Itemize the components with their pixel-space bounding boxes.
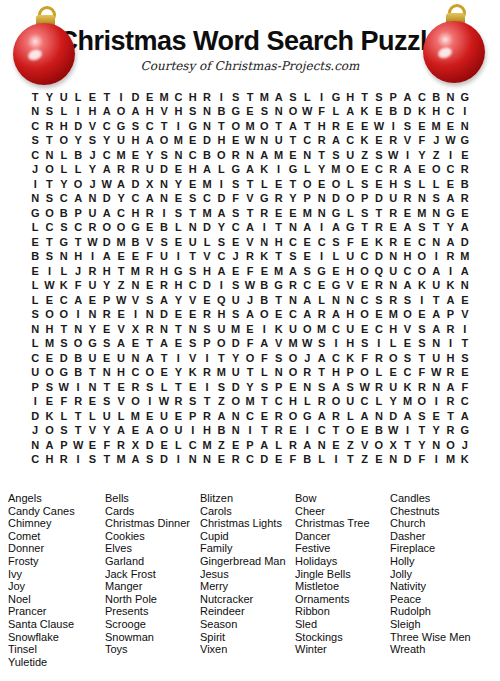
grid-cell: D bbox=[128, 177, 142, 192]
grid-cell: E bbox=[400, 337, 414, 352]
grid-cell: R bbox=[329, 119, 343, 134]
grid-cell: R bbox=[372, 279, 386, 294]
grid-cell: C bbox=[114, 206, 128, 221]
grid-cell: U bbox=[186, 235, 200, 250]
grid-cell: L bbox=[85, 409, 99, 424]
grid-cell: C bbox=[57, 192, 71, 207]
grid-cell: H bbox=[343, 308, 357, 323]
grid-cell: M bbox=[200, 206, 214, 221]
grid-cell: Z bbox=[214, 438, 228, 453]
grid-cell: R bbox=[57, 453, 71, 468]
grid-cell: S bbox=[143, 380, 157, 395]
grid-cell: E bbox=[243, 105, 257, 120]
grid-cell: L bbox=[157, 380, 171, 395]
grid-cell: K bbox=[357, 105, 371, 120]
grid-cell: E bbox=[157, 366, 171, 381]
grid-cell: C bbox=[415, 90, 429, 105]
grid-cell: V bbox=[85, 119, 99, 134]
grid-cell: N bbox=[443, 90, 457, 105]
grid-cell: R bbox=[400, 192, 414, 207]
grid-cell: O bbox=[343, 192, 357, 207]
grid-cell: O bbox=[71, 337, 85, 352]
grid-cell: W bbox=[386, 424, 400, 439]
grid-cell: R bbox=[329, 409, 343, 424]
grid-cell: G bbox=[343, 221, 357, 236]
grid-cell: L bbox=[329, 105, 343, 120]
word-list-item: Reindeer bbox=[200, 605, 295, 618]
grid-cell: Y bbox=[85, 163, 99, 178]
grid-cell: A bbox=[343, 105, 357, 120]
grid-cell: R bbox=[443, 250, 457, 265]
grid-cell: E bbox=[85, 90, 99, 105]
grid-cell: E bbox=[257, 264, 271, 279]
grid-cell: S bbox=[42, 380, 56, 395]
grid-cell: M bbox=[243, 119, 257, 134]
grid-cell: I bbox=[200, 351, 214, 366]
grid-cell: E bbox=[415, 308, 429, 323]
grid-cell: T bbox=[429, 221, 443, 236]
grid-cell: H bbox=[314, 119, 328, 134]
grid-cell: A bbox=[286, 264, 300, 279]
grid-cell: A bbox=[143, 351, 157, 366]
grid-cell: A bbox=[300, 438, 314, 453]
grid-cell: I bbox=[257, 322, 271, 337]
grid-cell: E bbox=[372, 105, 386, 120]
grid-cell: B bbox=[300, 453, 314, 468]
grid-cell: O bbox=[286, 351, 300, 366]
grid-cell: S bbox=[171, 206, 185, 221]
grid-cell: H bbox=[214, 308, 228, 323]
grid-cell: A bbox=[329, 308, 343, 323]
grid-cell: T bbox=[200, 395, 214, 410]
grid-cell: S bbox=[343, 380, 357, 395]
grid-cell: R bbox=[386, 134, 400, 149]
grid-cell: T bbox=[415, 424, 429, 439]
grid-cell: F bbox=[57, 395, 71, 410]
grid-cell: M bbox=[257, 90, 271, 105]
grid-cell: K bbox=[42, 409, 56, 424]
grid-cell: H bbox=[128, 206, 142, 221]
grid-cell: S bbox=[214, 235, 228, 250]
grid-cell: L bbox=[57, 264, 71, 279]
grid-cell: P bbox=[386, 90, 400, 105]
grid-cell: C bbox=[300, 279, 314, 294]
grid-cell: A bbox=[100, 250, 114, 265]
grid-cell: O bbox=[429, 163, 443, 178]
grid-cell: S bbox=[257, 380, 271, 395]
grid-cell: H bbox=[329, 366, 343, 381]
grid-cell: A bbox=[42, 438, 56, 453]
grid-cell: E bbox=[429, 409, 443, 424]
grid-cell: C bbox=[100, 148, 114, 163]
grid-cell: F bbox=[458, 380, 472, 395]
grid-cell: L bbox=[372, 366, 386, 381]
grid-cell: S bbox=[286, 90, 300, 105]
grid-cell: A bbox=[271, 90, 285, 105]
grid-cell: T bbox=[71, 424, 85, 439]
grid-cell: I bbox=[200, 380, 214, 395]
grid-cell: G bbox=[300, 409, 314, 424]
grid-cell: P bbox=[28, 380, 42, 395]
grid-cell: H bbox=[100, 264, 114, 279]
grid-cell: I bbox=[71, 105, 85, 120]
grid-cell: A bbox=[400, 163, 414, 178]
grid-cell: T bbox=[357, 90, 371, 105]
grid-cell: O bbox=[229, 119, 243, 134]
word-list-item: Candles bbox=[390, 492, 500, 505]
grid-cell: V bbox=[343, 279, 357, 294]
grid-cell: M bbox=[443, 453, 457, 468]
grid-cell: E bbox=[128, 250, 142, 265]
grid-cell: A bbox=[257, 337, 271, 352]
word-list-item: Presents bbox=[105, 605, 200, 618]
grid-cell: T bbox=[100, 90, 114, 105]
grid-cell: S bbox=[329, 148, 343, 163]
grid-cell: D bbox=[372, 192, 386, 207]
grid-cell: E bbox=[214, 453, 228, 468]
grid-cell: R bbox=[386, 293, 400, 308]
word-list-item: Ornaments bbox=[295, 593, 390, 606]
grid-cell: Y bbox=[114, 192, 128, 207]
grid-cell: N bbox=[128, 279, 142, 294]
grid-cell: N bbox=[157, 177, 171, 192]
grid-cell: D bbox=[157, 163, 171, 178]
grid-cell: S bbox=[214, 380, 228, 395]
grid-cell: H bbox=[200, 424, 214, 439]
grid-cell: O bbox=[42, 163, 56, 178]
grid-cell: C bbox=[171, 90, 185, 105]
grid-cell: J bbox=[85, 177, 99, 192]
grid-cell: P bbox=[57, 438, 71, 453]
grid-cell: W bbox=[300, 105, 314, 120]
grid-cell: Y bbox=[243, 380, 257, 395]
grid-cell: O bbox=[243, 351, 257, 366]
grid-cell: N bbox=[314, 438, 328, 453]
grid-cell: S bbox=[85, 453, 99, 468]
grid-cell: J bbox=[71, 264, 85, 279]
grid-cell: O bbox=[143, 366, 157, 381]
grid-cell: S bbox=[314, 337, 328, 352]
grid-cell: D bbox=[372, 250, 386, 265]
grid-cell: M bbox=[386, 308, 400, 323]
grid-cell: N bbox=[229, 424, 243, 439]
grid-cell: I bbox=[171, 119, 185, 134]
grid-cell: A bbox=[71, 192, 85, 207]
grid-cell: Y bbox=[229, 351, 243, 366]
grid-cell: Y bbox=[100, 424, 114, 439]
grid-cell: E bbox=[186, 134, 200, 149]
grid-cell: E bbox=[271, 453, 285, 468]
word-list-item: Rudolph bbox=[390, 605, 500, 618]
grid-cell: I bbox=[42, 264, 56, 279]
grid-cell: D bbox=[200, 221, 214, 236]
grid-cell: T bbox=[157, 119, 171, 134]
grid-cell: O bbox=[415, 250, 429, 265]
grid-cell: D bbox=[400, 105, 414, 120]
grid-cell: N bbox=[157, 192, 171, 207]
header: Christmas Word Search Puzzle Courtesy of… bbox=[0, 0, 500, 86]
grid-cell: E bbox=[415, 119, 429, 134]
grid-cell: V bbox=[85, 424, 99, 439]
grid-cell: R bbox=[71, 395, 85, 410]
word-list-item: Spirit bbox=[200, 631, 295, 644]
grid-cell: M bbox=[114, 235, 128, 250]
grid-cell: E bbox=[42, 395, 56, 410]
grid-cell: S bbox=[42, 192, 56, 207]
word-list-item: Cards bbox=[105, 505, 200, 518]
grid-cell: C bbox=[357, 395, 371, 410]
grid-cell: A bbox=[143, 134, 157, 149]
grid-cell: N bbox=[386, 250, 400, 265]
grid-cell: P bbox=[200, 337, 214, 352]
grid-cell: O bbox=[286, 409, 300, 424]
grid-cell: A bbox=[443, 235, 457, 250]
grid-cell: R bbox=[386, 163, 400, 178]
grid-cell: N bbox=[286, 293, 300, 308]
grid-cell: A bbox=[400, 409, 414, 424]
word-list-item: Cupid bbox=[200, 530, 295, 543]
ornament-ball-icon bbox=[10, 6, 82, 86]
grid-cell: B bbox=[257, 293, 271, 308]
grid-cell: D bbox=[71, 119, 85, 134]
grid-cell: U bbox=[85, 206, 99, 221]
grid-cell: Y bbox=[71, 134, 85, 149]
grid-cell: Y bbox=[42, 90, 56, 105]
grid-cell: G bbox=[85, 337, 99, 352]
grid-cell: K bbox=[458, 453, 472, 468]
grid-cell: C bbox=[128, 192, 142, 207]
grid-cell: N bbox=[186, 322, 200, 337]
grid-cell: O bbox=[128, 395, 142, 410]
grid-cell: O bbox=[372, 438, 386, 453]
grid-cell: U bbox=[229, 293, 243, 308]
word-list-item: Season bbox=[200, 618, 295, 631]
word-list-item: Prancer bbox=[8, 605, 105, 618]
grid-cell: S bbox=[257, 105, 271, 120]
grid-cell: T bbox=[429, 293, 443, 308]
word-list-item: Mistletoe bbox=[295, 580, 390, 593]
grid-cell: S bbox=[200, 322, 214, 337]
grid-cell: B bbox=[71, 351, 85, 366]
grid-cell: Y bbox=[85, 322, 99, 337]
grid-cell: L bbox=[200, 235, 214, 250]
grid-cell: X bbox=[128, 438, 142, 453]
grid-cell: A bbox=[114, 424, 128, 439]
grid-cell: E bbox=[386, 366, 400, 381]
word-list-item: Scrooge bbox=[105, 618, 200, 631]
grid-cell: S bbox=[186, 264, 200, 279]
grid-cell: B bbox=[71, 366, 85, 381]
grid-cell: E bbox=[143, 409, 157, 424]
grid-cell: T bbox=[214, 119, 228, 134]
grid-cell: O bbox=[214, 337, 228, 352]
grid-cell: P bbox=[271, 380, 285, 395]
grid-cell: W bbox=[71, 438, 85, 453]
ornament-ball-icon bbox=[420, 4, 492, 84]
grid-cell: R bbox=[243, 250, 257, 265]
grid-cell: A bbox=[100, 105, 114, 120]
grid-cell: N bbox=[300, 380, 314, 395]
grid-cell: A bbox=[300, 221, 314, 236]
word-list-item: Jesus bbox=[200, 568, 295, 581]
grid-cell: C bbox=[286, 308, 300, 323]
grid-cell: D bbox=[229, 380, 243, 395]
grid-cell: S bbox=[372, 293, 386, 308]
grid-cell: V bbox=[357, 438, 371, 453]
grid-cell: P bbox=[100, 293, 114, 308]
grid-cell: Y bbox=[171, 366, 185, 381]
grid-cell: S bbox=[229, 308, 243, 323]
grid-cell: H bbox=[85, 105, 99, 120]
grid-cell: G bbox=[229, 163, 243, 178]
grid-cell: L bbox=[300, 395, 314, 410]
grid-cell: R bbox=[271, 192, 285, 207]
grid-cell: D bbox=[100, 235, 114, 250]
grid-cell: L bbox=[71, 163, 85, 178]
grid-cell: L bbox=[429, 177, 443, 192]
grid-cell: J bbox=[229, 250, 243, 265]
grid-cell: H bbox=[186, 90, 200, 105]
grid-cell: Z bbox=[357, 148, 371, 163]
grid-cell: E bbox=[28, 264, 42, 279]
grid-cell: U bbox=[85, 351, 99, 366]
grid-cell: R bbox=[200, 308, 214, 323]
word-list-item: Angels bbox=[8, 492, 105, 505]
grid-cell: E bbox=[400, 206, 414, 221]
grid-cell: T bbox=[57, 322, 71, 337]
grid-cell: H bbox=[186, 163, 200, 178]
grid-cell: R bbox=[458, 192, 472, 207]
grid-cell: N bbox=[28, 105, 42, 120]
grid-cell: J bbox=[28, 163, 42, 178]
word-list-item: Christmas Dinner bbox=[105, 517, 200, 530]
grid-cell: O bbox=[71, 177, 85, 192]
grid-cell: D bbox=[400, 453, 414, 468]
grid-cell: A bbox=[128, 453, 142, 468]
grid-cell: T bbox=[458, 337, 472, 352]
grid-cell: H bbox=[343, 264, 357, 279]
grid-cell: T bbox=[271, 119, 285, 134]
grid-cell: H bbox=[386, 322, 400, 337]
grid-cell: N bbox=[200, 105, 214, 120]
word-list-item: Holidays bbox=[295, 555, 390, 568]
grid-cell: R bbox=[458, 163, 472, 178]
grid-cell: L bbox=[28, 293, 42, 308]
grid-cell: A bbox=[214, 206, 228, 221]
grid-cell: U bbox=[57, 90, 71, 105]
grid-cell: M bbox=[200, 438, 214, 453]
grid-cell: A bbox=[400, 90, 414, 105]
grid-cell: L bbox=[171, 221, 185, 236]
grid-cell: E bbox=[186, 308, 200, 323]
grid-cell: A bbox=[314, 409, 328, 424]
grid-cell: M bbox=[458, 250, 472, 265]
grid-cell: Z bbox=[429, 148, 443, 163]
grid-cell: W bbox=[300, 337, 314, 352]
grid-cell: B bbox=[57, 206, 71, 221]
grid-cell: E bbox=[458, 148, 472, 163]
grid-cell: N bbox=[85, 308, 99, 323]
grid-cell: B bbox=[28, 250, 42, 265]
grid-cell: D bbox=[329, 192, 343, 207]
grid-cell: B bbox=[71, 148, 85, 163]
grid-cell: H bbox=[42, 322, 56, 337]
grid-cell: E bbox=[386, 221, 400, 236]
grid-cell: C bbox=[400, 366, 414, 381]
grid-cell: E bbox=[286, 424, 300, 439]
grid-cell: M bbox=[128, 264, 142, 279]
grid-cell: R bbox=[286, 438, 300, 453]
grid-cell: H bbox=[214, 134, 228, 149]
grid-cell: M bbox=[415, 206, 429, 221]
grid-cell: L bbox=[114, 409, 128, 424]
grid-cell: R bbox=[314, 395, 328, 410]
grid-cell: A bbox=[71, 293, 85, 308]
grid-cell: T bbox=[343, 453, 357, 468]
grid-cell: E bbox=[85, 395, 99, 410]
grid-cell: O bbox=[286, 366, 300, 381]
grid-cell: R bbox=[443, 424, 457, 439]
grid-cell: F bbox=[415, 134, 429, 149]
grid-cell: U bbox=[85, 279, 99, 294]
grid-cell: G bbox=[128, 221, 142, 236]
grid-cell: S bbox=[57, 337, 71, 352]
grid-cell: L bbox=[28, 221, 42, 236]
grid-cell: I bbox=[186, 424, 200, 439]
grid-cell: E bbox=[229, 438, 243, 453]
grid-cell: A bbox=[257, 438, 271, 453]
grid-cell: O bbox=[214, 148, 228, 163]
grid-cell: L bbox=[57, 163, 71, 178]
grid-cell: T bbox=[357, 221, 371, 236]
grid-cell: I bbox=[400, 424, 414, 439]
grid-cell: C bbox=[28, 119, 42, 134]
grid-cell: I bbox=[458, 105, 472, 120]
grid-cell: S bbox=[28, 308, 42, 323]
grid-cell: T bbox=[114, 264, 128, 279]
grid-cell: T bbox=[271, 221, 285, 236]
grid-cell: M bbox=[114, 453, 128, 468]
grid-cell: P bbox=[71, 206, 85, 221]
grid-cell: G bbox=[458, 134, 472, 149]
grid-cell: B bbox=[200, 148, 214, 163]
grid-cell: D bbox=[57, 351, 71, 366]
grid-cell: N bbox=[28, 192, 42, 207]
grid-cell: O bbox=[300, 322, 314, 337]
grid-cell: A bbox=[314, 351, 328, 366]
grid-cell: A bbox=[200, 163, 214, 178]
grid-cell: B bbox=[372, 424, 386, 439]
grid-cell: C bbox=[357, 250, 371, 265]
grid-cell: E bbox=[329, 438, 343, 453]
grid-cell: N bbox=[314, 192, 328, 207]
grid-cell: J bbox=[429, 134, 443, 149]
grid-cell: O bbox=[257, 119, 271, 134]
grid-cell: D bbox=[214, 192, 228, 207]
grid-cell: M bbox=[271, 264, 285, 279]
grid-cell: G bbox=[57, 235, 71, 250]
grid-cell: O bbox=[157, 424, 171, 439]
word-list-item: Snowman bbox=[105, 631, 200, 644]
grid-cell: O bbox=[300, 177, 314, 192]
grid-cell: T bbox=[214, 351, 228, 366]
grid-cell: G bbox=[57, 366, 71, 381]
grid-cell: O bbox=[42, 424, 56, 439]
grid-cell: A bbox=[157, 293, 171, 308]
grid-cell: Y bbox=[429, 424, 443, 439]
grid-cell: A bbox=[257, 148, 271, 163]
grid-cell: I bbox=[300, 424, 314, 439]
